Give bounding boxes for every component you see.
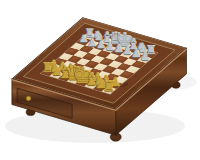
white-rook[interactable]: ♜	[102, 79, 115, 94]
chess-set-photo: ♜♞♝♛♚♝♞♜♟♟♟♟♟♟♟♟♟♟♟♟♟♟♟♟♜♞♝♛♚♝♞♜	[0, 0, 200, 160]
pieces-layer: ♜♞♝♛♚♝♞♜♟♟♟♟♟♟♟♟♟♟♟♟♟♟♟♟♜♞♝♛♚♝♞♜	[0, 0, 200, 160]
black-pawn[interactable]: ♟	[140, 51, 150, 62]
